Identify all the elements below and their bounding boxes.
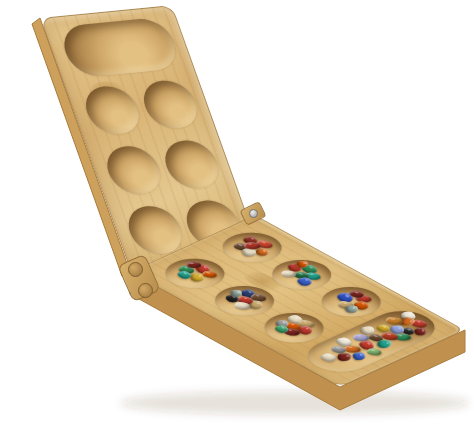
- gemstone-counter: [365, 347, 383, 356]
- gemstone-counter: [337, 353, 351, 361]
- gemstone-counter: [255, 248, 269, 256]
- lower-pit-near-2[interactable]: [203, 280, 286, 322]
- upper-pit-row1-left[interactable]: [79, 84, 146, 136]
- gemstone-counter: [414, 328, 427, 336]
- left-hinge-peg-bottom: [138, 283, 153, 298]
- gemstone-counter: [296, 261, 307, 268]
- board-shadow: [120, 391, 470, 415]
- upper-pit-row1-right[interactable]: [137, 78, 204, 130]
- gemstone-counter: [374, 324, 392, 333]
- upper-store-pit: [57, 17, 183, 79]
- upper-pit-row3-left[interactable]: [122, 203, 189, 255]
- upper-pit-row2-right[interactable]: [158, 138, 225, 190]
- hinge-metal-pin-icon: [249, 209, 258, 218]
- gemstone-counter: [352, 352, 367, 360]
- left-hinge-peg-top: [128, 262, 143, 277]
- mancala-scene: [0, 0, 474, 427]
- gemstone-counter: [346, 305, 359, 313]
- gemstone-counter: [377, 340, 392, 349]
- upper-pit-row2-left[interactable]: [100, 144, 167, 196]
- lower-pit-far-2[interactable]: [260, 254, 343, 296]
- gemstone-counter: [230, 290, 242, 297]
- gemstone-counter: [318, 352, 339, 362]
